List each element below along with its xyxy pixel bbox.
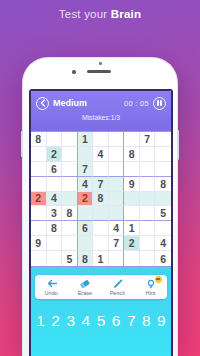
sudoku-cell-r5c2[interactable]: 4 [47, 192, 63, 207]
toolbar: Undo Erase Pencil [35, 275, 167, 299]
undo-icon [46, 279, 58, 289]
header-row: Medium 00 : 05 [31, 91, 171, 110]
number-pad: 123456789 [33, 312, 169, 330]
sudoku-cell-r2c9[interactable] [155, 147, 171, 162]
sudoku-cell-r6c4[interactable] [78, 206, 94, 221]
numpad-key-1[interactable]: 1 [33, 312, 48, 330]
undo-label: Undo [45, 290, 58, 296]
game-header: Medium 00 : 05 Mistakes:1/3 [31, 91, 171, 131]
sudoku-grid: 8172486747982428385864197245816 [31, 131, 171, 267]
sudoku-cell-r7c5[interactable] [93, 221, 109, 236]
pencil-label: Pencil [110, 290, 125, 296]
sudoku-cell-r6c1[interactable] [31, 206, 47, 221]
sudoku-cell-r4c9[interactable]: 8 [155, 177, 171, 192]
numpad-key-6[interactable]: 6 [109, 312, 124, 330]
sudoku-cell-r9c6[interactable] [109, 251, 125, 266]
sudoku-cell-r4c1[interactable] [31, 177, 47, 192]
eraser-icon [79, 279, 91, 289]
erase-button[interactable]: Erase [68, 275, 101, 299]
sudoku-cell-r8c7[interactable]: 2 [124, 236, 140, 251]
sudoku-cell-r2c6[interactable] [109, 147, 125, 162]
sudoku-cell-r8c1[interactable]: 9 [31, 236, 47, 251]
sudoku-cell-r8c8[interactable] [140, 236, 156, 251]
sudoku-cell-r5c9[interactable] [155, 192, 171, 207]
difficulty-label: Medium [53, 98, 87, 108]
sudoku-cell-r2c1[interactable] [31, 147, 47, 162]
sudoku-cell-r3c8[interactable] [140, 162, 156, 177]
numpad-key-4[interactable]: 4 [78, 312, 93, 330]
numpad-key-8[interactable]: 8 [139, 312, 154, 330]
sudoku-cell-r4c2[interactable] [47, 177, 63, 192]
sudoku-cell-r7c7[interactable]: 1 [124, 221, 140, 236]
hint-button[interactable]: Hint [134, 275, 167, 299]
sudoku-cell-r4c7[interactable]: 9 [124, 177, 140, 192]
sudoku-cell-r9c1[interactable] [31, 251, 47, 266]
sudoku-cell-r9c7[interactable] [124, 251, 140, 266]
sudoku-cell-r7c1[interactable] [31, 221, 47, 236]
sudoku-cell-r7c4[interactable]: 6 [78, 221, 94, 236]
phone-frame: Medium 00 : 05 Mistakes:1/3 817248674798… [22, 57, 178, 356]
erase-label: Erase [77, 290, 91, 296]
sudoku-cell-r1c1[interactable]: 8 [31, 132, 47, 147]
sudoku-cell-r3c6[interactable] [109, 162, 125, 177]
sudoku-cell-r1c4[interactable]: 1 [78, 132, 94, 147]
promo-background: Test your Brain Medium 00 : 05 [0, 0, 200, 356]
sudoku-cell-r6c8[interactable] [140, 206, 156, 221]
back-button[interactable] [36, 97, 49, 110]
sudoku-cell-r4c4[interactable]: 4 [78, 177, 94, 192]
sudoku-cell-r3c1[interactable] [31, 162, 47, 177]
promo-title-bold: Brain [111, 8, 141, 20]
promo-title-prefix: Test your [59, 8, 111, 20]
sudoku-cell-r5c1[interactable]: 2 [31, 192, 47, 207]
sudoku-cell-r8c6[interactable]: 7 [109, 236, 125, 251]
sudoku-cell-r9c8[interactable] [140, 251, 156, 266]
sudoku-cell-r9c2[interactable] [47, 251, 63, 266]
hint-ad-badge [155, 276, 162, 283]
hint-label: Hint [146, 290, 156, 296]
sudoku-cell-r1c8[interactable]: 7 [140, 132, 156, 147]
sudoku-cell-r2c8[interactable] [140, 147, 156, 162]
sudoku-cell-r3c3[interactable] [62, 162, 78, 177]
sudoku-cell-r2c4[interactable] [78, 147, 94, 162]
sudoku-cell-r9c3[interactable]: 5 [62, 251, 78, 266]
app-screen: Medium 00 : 05 Mistakes:1/3 817248674798… [29, 89, 173, 356]
sudoku-cell-r2c3[interactable] [62, 147, 78, 162]
timer-display: 00 : 05 [124, 99, 149, 108]
sudoku-cell-r6c6[interactable] [109, 206, 125, 221]
sudoku-cell-r5c5[interactable]: 8 [93, 192, 109, 207]
sudoku-cell-r9c9[interactable]: 6 [155, 251, 171, 266]
numpad-key-9[interactable]: 9 [154, 312, 169, 330]
sudoku-cell-r1c7[interactable] [124, 132, 140, 147]
sudoku-cell-r5c8[interactable] [140, 192, 156, 207]
phone-speaker [87, 70, 111, 73]
sudoku-cell-r3c7[interactable] [124, 162, 140, 177]
sudoku-cell-r3c2[interactable]: 6 [47, 162, 63, 177]
sudoku-cell-r3c9[interactable] [155, 162, 171, 177]
pause-icon [157, 100, 162, 106]
numpad-key-5[interactable]: 5 [93, 312, 108, 330]
sudoku-cell-r6c9[interactable]: 5 [155, 206, 171, 221]
sudoku-cell-r5c6[interactable] [109, 192, 125, 207]
promo-title: Test your Brain [0, 8, 200, 20]
numpad-key-2[interactable]: 2 [48, 312, 63, 330]
sudoku-cell-r4c6[interactable] [109, 177, 125, 192]
sudoku-cell-r6c5[interactable] [93, 206, 109, 221]
sudoku-cell-r1c3[interactable] [62, 132, 78, 147]
pause-button[interactable] [153, 97, 166, 110]
sudoku-cell-r4c8[interactable] [140, 177, 156, 192]
lightbulb-icon [145, 279, 157, 289]
sudoku-cell-r1c2[interactable] [47, 132, 63, 147]
sudoku-cell-r8c9[interactable]: 4 [155, 236, 171, 251]
sudoku-cell-r3c4[interactable]: 7 [78, 162, 94, 177]
sudoku-cell-r8c5[interactable] [93, 236, 109, 251]
sudoku-cell-r4c3[interactable] [62, 177, 78, 192]
sudoku-cell-r1c5[interactable] [93, 132, 109, 147]
numpad-key-7[interactable]: 7 [124, 312, 139, 330]
phone-power-button [177, 130, 179, 160]
phone-sensor-dot [99, 62, 102, 65]
sudoku-cell-r3c5[interactable] [93, 162, 109, 177]
sudoku-cell-r7c2[interactable]: 8 [47, 221, 63, 236]
sudoku-cell-r7c3[interactable] [62, 221, 78, 236]
phone-camera-icon [72, 70, 76, 74]
pencil-icon [112, 279, 124, 289]
mistakes-counter: Mistakes:1/3 [31, 114, 171, 121]
chevron-left-icon [40, 99, 46, 107]
sudoku-cell-r5c3[interactable] [62, 192, 78, 207]
sudoku-cell-r8c3[interactable] [62, 236, 78, 251]
sudoku-cell-r6c7[interactable] [124, 206, 140, 221]
sudoku-cell-r1c6[interactable] [109, 132, 125, 147]
sudoku-cell-r7c8[interactable] [140, 221, 156, 236]
sudoku-cell-r9c5[interactable]: 1 [93, 251, 109, 266]
sudoku-cell-r9c4[interactable]: 8 [78, 251, 94, 266]
numpad-key-3[interactable]: 3 [63, 312, 78, 330]
sudoku-cell-r5c4[interactable]: 2 [78, 192, 94, 207]
sudoku-cell-r8c4[interactable] [78, 236, 94, 251]
sudoku-cell-r2c2[interactable]: 2 [47, 147, 63, 162]
bottom-panel: Undo Erase Pencil [31, 267, 171, 356]
sudoku-cell-r8c2[interactable] [47, 236, 63, 251]
sudoku-cell-r2c5[interactable]: 4 [93, 147, 109, 162]
sudoku-cell-r2c7[interactable]: 8 [124, 147, 140, 162]
undo-button[interactable]: Undo [35, 275, 68, 299]
sudoku-cell-r7c6[interactable]: 4 [109, 221, 125, 236]
phone-volume-button [21, 131, 23, 157]
sudoku-cell-r5c7[interactable] [124, 192, 140, 207]
sudoku-cell-r6c3[interactable]: 8 [62, 206, 78, 221]
sudoku-cell-r1c9[interactable] [155, 132, 171, 147]
sudoku-cell-r7c9[interactable] [155, 221, 171, 236]
sudoku-cell-r6c2[interactable]: 3 [47, 206, 63, 221]
pencil-button[interactable]: Pencil [101, 275, 134, 299]
sudoku-cell-r4c5[interactable]: 7 [93, 177, 109, 192]
